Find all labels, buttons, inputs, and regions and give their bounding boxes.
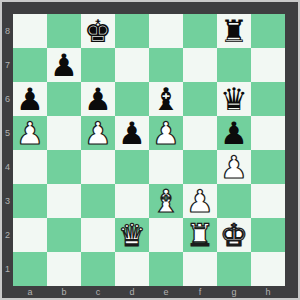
square-b2[interactable] xyxy=(47,218,81,252)
square-d8[interactable] xyxy=(115,14,149,48)
square-d6[interactable] xyxy=(115,82,149,116)
piece-white-king[interactable]: ♚ xyxy=(220,218,248,252)
piece-white-pawn[interactable]: ♟ xyxy=(186,184,214,218)
piece-white-pawn[interactable]: ♟ xyxy=(152,116,180,150)
square-f6[interactable] xyxy=(183,82,217,116)
square-g3[interactable] xyxy=(217,184,251,218)
square-h1[interactable] xyxy=(251,252,285,286)
square-d4[interactable] xyxy=(115,150,149,184)
square-h7[interactable] xyxy=(251,48,285,82)
file-label-f: f xyxy=(183,286,217,298)
square-g8[interactable]: ♜ xyxy=(217,14,251,48)
rank-label-3: 3 xyxy=(2,184,13,218)
square-g5[interactable]: ♟ xyxy=(217,116,251,150)
square-c4[interactable] xyxy=(81,150,115,184)
square-c2[interactable] xyxy=(81,218,115,252)
rank-label-4: 4 xyxy=(2,150,13,184)
square-d1[interactable] xyxy=(115,252,149,286)
square-e1[interactable] xyxy=(149,252,183,286)
rank-label-8: 8 xyxy=(2,14,13,48)
square-h5[interactable] xyxy=(251,116,285,150)
piece-white-pawn[interactable]: ♟ xyxy=(220,150,248,184)
square-d7[interactable] xyxy=(115,48,149,82)
square-h4[interactable] xyxy=(251,150,285,184)
square-b3[interactable] xyxy=(47,184,81,218)
square-c3[interactable] xyxy=(81,184,115,218)
square-g2[interactable]: ♚ xyxy=(217,218,251,252)
square-g4[interactable]: ♟ xyxy=(217,150,251,184)
square-b8[interactable] xyxy=(47,14,81,48)
square-f5[interactable] xyxy=(183,116,217,150)
piece-black-pawn[interactable]: ♟ xyxy=(84,82,112,116)
piece-white-bishop[interactable]: ♝ xyxy=(152,184,180,218)
square-f1[interactable] xyxy=(183,252,217,286)
file-label-e: e xyxy=(149,286,183,298)
piece-white-pawn[interactable]: ♟ xyxy=(84,116,112,150)
piece-black-king[interactable]: ♚ xyxy=(84,14,112,48)
square-c8[interactable]: ♚ xyxy=(81,14,115,48)
square-g7[interactable] xyxy=(217,48,251,82)
square-c6[interactable]: ♟ xyxy=(81,82,115,116)
square-d2[interactable]: ♛ xyxy=(115,218,149,252)
square-e7[interactable] xyxy=(149,48,183,82)
square-b1[interactable] xyxy=(47,252,81,286)
rank-label-7: 7 xyxy=(2,48,13,82)
piece-black-pawn[interactable]: ♟ xyxy=(118,116,146,150)
chess-board: ♚♜♟♟♟♝♛♟♟♟♟♟♟♝♟♛♜♚ xyxy=(13,14,285,286)
square-b5[interactable] xyxy=(47,116,81,150)
piece-white-rook[interactable]: ♜ xyxy=(186,218,214,252)
piece-white-queen[interactable]: ♛ xyxy=(118,218,146,252)
file-label-g: g xyxy=(217,286,251,298)
square-a1[interactable] xyxy=(13,252,47,286)
square-a6[interactable]: ♟ xyxy=(13,82,47,116)
square-d3[interactable] xyxy=(115,184,149,218)
square-e6[interactable]: ♝ xyxy=(149,82,183,116)
rank-labels: 87654321 xyxy=(2,14,13,286)
piece-white-pawn[interactable]: ♟ xyxy=(16,116,44,150)
file-label-h: h xyxy=(251,286,285,298)
piece-black-pawn[interactable]: ♟ xyxy=(220,116,248,150)
square-e5[interactable]: ♟ xyxy=(149,116,183,150)
rank-label-1: 1 xyxy=(2,252,13,286)
file-label-a: a xyxy=(13,286,47,298)
piece-black-pawn[interactable]: ♟ xyxy=(16,82,44,116)
rank-label-6: 6 xyxy=(2,82,13,116)
square-a3[interactable] xyxy=(13,184,47,218)
file-label-d: d xyxy=(115,286,149,298)
square-a8[interactable] xyxy=(13,14,47,48)
square-h6[interactable] xyxy=(251,82,285,116)
square-c1[interactable] xyxy=(81,252,115,286)
square-e8[interactable] xyxy=(149,14,183,48)
piece-black-pawn[interactable]: ♟ xyxy=(50,48,78,82)
file-labels: abcdefgh xyxy=(13,286,285,298)
piece-black-bishop[interactable]: ♝ xyxy=(152,82,180,116)
square-g1[interactable] xyxy=(217,252,251,286)
square-h2[interactable] xyxy=(251,218,285,252)
rank-label-2: 2 xyxy=(2,218,13,252)
file-label-b: b xyxy=(47,286,81,298)
square-e3[interactable]: ♝ xyxy=(149,184,183,218)
square-f2[interactable]: ♜ xyxy=(183,218,217,252)
piece-black-rook[interactable]: ♜ xyxy=(220,14,248,48)
square-b4[interactable] xyxy=(47,150,81,184)
square-g6[interactable]: ♛ xyxy=(217,82,251,116)
square-h8[interactable] xyxy=(251,14,285,48)
file-label-c: c xyxy=(81,286,115,298)
square-b6[interactable] xyxy=(47,82,81,116)
square-a7[interactable] xyxy=(13,48,47,82)
square-e4[interactable] xyxy=(149,150,183,184)
square-c5[interactable]: ♟ xyxy=(81,116,115,150)
square-f7[interactable] xyxy=(183,48,217,82)
square-f8[interactable] xyxy=(183,14,217,48)
square-a5[interactable]: ♟ xyxy=(13,116,47,150)
square-b7[interactable]: ♟ xyxy=(47,48,81,82)
square-a2[interactable] xyxy=(13,218,47,252)
rank-label-5: 5 xyxy=(2,116,13,150)
square-h3[interactable] xyxy=(251,184,285,218)
square-d5[interactable]: ♟ xyxy=(115,116,149,150)
square-f3[interactable]: ♟ xyxy=(183,184,217,218)
board-frame: 87654321 ♚♜♟♟♟♝♛♟♟♟♟♟♟♝♟♛♜♚ abcdefgh xyxy=(0,0,300,300)
square-f4[interactable] xyxy=(183,150,217,184)
square-e2[interactable] xyxy=(149,218,183,252)
square-a4[interactable] xyxy=(13,150,47,184)
square-c7[interactable] xyxy=(81,48,115,82)
piece-black-queen[interactable]: ♛ xyxy=(220,82,248,116)
